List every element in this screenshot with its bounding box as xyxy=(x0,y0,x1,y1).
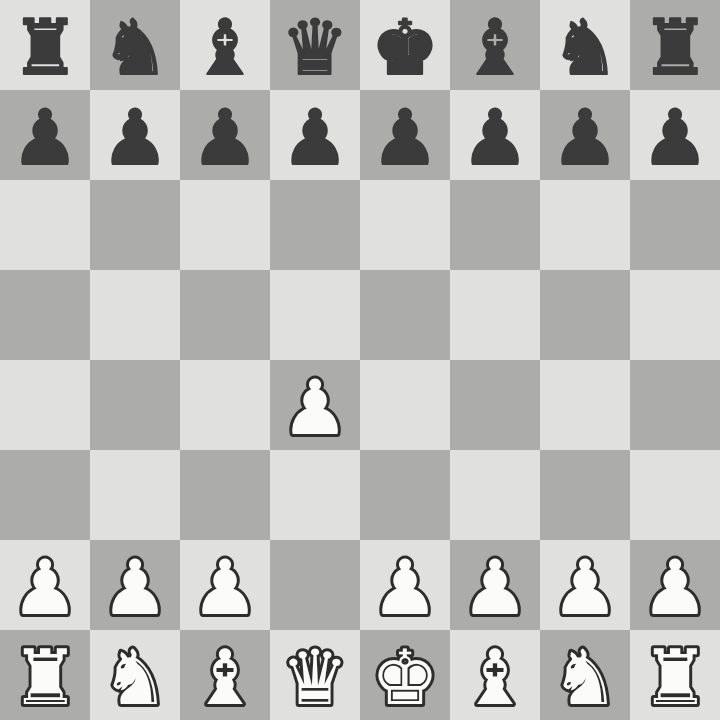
svg-text:♟: ♟ xyxy=(281,363,349,451)
piece-white-knight[interactable]: ♞ xyxy=(540,630,630,720)
square-f3[interactable] xyxy=(450,450,540,540)
square-e7[interactable]: ♟ xyxy=(360,90,450,180)
square-c5[interactable] xyxy=(180,270,270,360)
square-g3[interactable] xyxy=(540,450,630,540)
square-d1[interactable]: ♛ xyxy=(270,630,360,720)
square-a4[interactable] xyxy=(0,360,90,450)
square-a1[interactable]: ♜ xyxy=(0,630,90,720)
piece-black-pawn[interactable]: ♟ xyxy=(90,90,180,180)
piece-black-pawn[interactable]: ♟ xyxy=(360,90,450,180)
square-h4[interactable] xyxy=(630,360,720,450)
piece-white-queen[interactable]: ♛ xyxy=(270,630,360,720)
square-a6[interactable] xyxy=(0,180,90,270)
svg-text:♟: ♟ xyxy=(11,93,79,181)
square-a2[interactable]: ♟ xyxy=(0,540,90,630)
svg-text:♟: ♟ xyxy=(371,543,439,631)
square-f1[interactable]: ♝ xyxy=(450,630,540,720)
svg-text:♝: ♝ xyxy=(461,3,529,91)
square-c4[interactable] xyxy=(180,360,270,450)
svg-text:♟: ♟ xyxy=(371,93,439,181)
piece-white-bishop[interactable]: ♝ xyxy=(450,630,540,720)
svg-text:♟: ♟ xyxy=(551,543,619,631)
piece-black-pawn[interactable]: ♟ xyxy=(630,90,720,180)
square-g7[interactable]: ♟ xyxy=(540,90,630,180)
square-c6[interactable] xyxy=(180,180,270,270)
svg-text:♜: ♜ xyxy=(641,633,709,720)
square-d3[interactable] xyxy=(270,450,360,540)
square-d6[interactable] xyxy=(270,180,360,270)
svg-text:♟: ♟ xyxy=(191,93,259,181)
svg-text:♟: ♟ xyxy=(461,93,529,181)
piece-white-pawn[interactable]: ♟ xyxy=(540,540,630,630)
square-b7[interactable]: ♟ xyxy=(90,90,180,180)
svg-text:♝: ♝ xyxy=(191,3,259,91)
piece-white-pawn[interactable]: ♟ xyxy=(180,540,270,630)
square-f4[interactable] xyxy=(450,360,540,450)
square-h6[interactable] xyxy=(630,180,720,270)
piece-white-knight[interactable]: ♞ xyxy=(90,630,180,720)
square-c2[interactable]: ♟ xyxy=(180,540,270,630)
piece-white-pawn[interactable]: ♟ xyxy=(0,540,90,630)
square-h7[interactable]: ♟ xyxy=(630,90,720,180)
square-h1[interactable]: ♜ xyxy=(630,630,720,720)
square-b2[interactable]: ♟ xyxy=(90,540,180,630)
square-b3[interactable] xyxy=(90,450,180,540)
piece-black-pawn[interactable]: ♟ xyxy=(450,90,540,180)
svg-text:♟: ♟ xyxy=(101,93,169,181)
square-g1[interactable]: ♞ xyxy=(540,630,630,720)
square-g8[interactable]: ♞ xyxy=(540,0,630,90)
svg-text:♟: ♟ xyxy=(101,543,169,631)
svg-text:♛: ♛ xyxy=(281,3,349,91)
piece-black-king[interactable]: ♚ xyxy=(360,0,450,90)
square-f6[interactable] xyxy=(450,180,540,270)
svg-text:♚: ♚ xyxy=(371,3,439,91)
piece-black-rook[interactable]: ♜ xyxy=(630,0,720,90)
svg-text:♟: ♟ xyxy=(551,93,619,181)
square-d5[interactable] xyxy=(270,270,360,360)
square-d2[interactable] xyxy=(270,540,360,630)
square-h8[interactable]: ♜ xyxy=(630,0,720,90)
square-g6[interactable] xyxy=(540,180,630,270)
piece-white-bishop[interactable]: ♝ xyxy=(180,630,270,720)
piece-black-pawn[interactable]: ♟ xyxy=(0,90,90,180)
square-g2[interactable]: ♟ xyxy=(540,540,630,630)
svg-text:♟: ♟ xyxy=(641,93,709,181)
square-e4[interactable] xyxy=(360,360,450,450)
square-c8[interactable]: ♝ xyxy=(180,0,270,90)
piece-white-pawn[interactable]: ♟ xyxy=(630,540,720,630)
square-d7[interactable]: ♟ xyxy=(270,90,360,180)
svg-text:♜: ♜ xyxy=(641,3,709,91)
square-b1[interactable]: ♞ xyxy=(90,630,180,720)
square-e5[interactable] xyxy=(360,270,450,360)
square-b4[interactable] xyxy=(90,360,180,450)
piece-black-knight[interactable]: ♞ xyxy=(90,0,180,90)
piece-black-bishop[interactable]: ♝ xyxy=(450,0,540,90)
piece-black-bishop[interactable]: ♝ xyxy=(180,0,270,90)
square-a7[interactable]: ♟ xyxy=(0,90,90,180)
piece-black-knight[interactable]: ♞ xyxy=(540,0,630,90)
svg-text:♝: ♝ xyxy=(191,633,259,720)
square-c7[interactable]: ♟ xyxy=(180,90,270,180)
svg-text:♟: ♟ xyxy=(11,543,79,631)
piece-black-pawn[interactable]: ♟ xyxy=(270,90,360,180)
square-a5[interactable] xyxy=(0,270,90,360)
square-f8[interactable]: ♝ xyxy=(450,0,540,90)
piece-white-pawn[interactable]: ♟ xyxy=(90,540,180,630)
square-e6[interactable] xyxy=(360,180,450,270)
piece-black-pawn[interactable]: ♟ xyxy=(540,90,630,180)
piece-black-rook[interactable]: ♜ xyxy=(0,0,90,90)
svg-text:♟: ♟ xyxy=(641,543,709,631)
square-d4[interactable]: ♟ xyxy=(270,360,360,450)
svg-text:♞: ♞ xyxy=(101,633,169,720)
square-e1[interactable]: ♚ xyxy=(360,630,450,720)
square-e8[interactable]: ♚ xyxy=(360,0,450,90)
square-e3[interactable] xyxy=(360,450,450,540)
square-f2[interactable]: ♟ xyxy=(450,540,540,630)
square-c1[interactable]: ♝ xyxy=(180,630,270,720)
square-b5[interactable] xyxy=(90,270,180,360)
svg-text:♛: ♛ xyxy=(281,633,349,720)
chess-board: ♜♞♝♛♚♝♞♜♟♟♟♟♟♟♟♟♟♟♟♟♟♟♟♟♜♞♝♛♚♝♞♜ xyxy=(0,0,720,720)
piece-white-pawn[interactable]: ♟ xyxy=(360,540,450,630)
square-f7[interactable]: ♟ xyxy=(450,90,540,180)
square-b8[interactable]: ♞ xyxy=(90,0,180,90)
piece-white-pawn[interactable]: ♟ xyxy=(450,540,540,630)
piece-white-rook[interactable]: ♜ xyxy=(630,630,720,720)
piece-black-queen[interactable]: ♛ xyxy=(270,0,360,90)
square-d8[interactable]: ♛ xyxy=(270,0,360,90)
svg-text:♚: ♚ xyxy=(371,633,439,720)
piece-white-rook[interactable]: ♜ xyxy=(0,630,90,720)
svg-text:♟: ♟ xyxy=(461,543,529,631)
square-a3[interactable] xyxy=(0,450,90,540)
piece-black-pawn[interactable]: ♟ xyxy=(180,90,270,180)
piece-white-king[interactable]: ♚ xyxy=(360,630,450,720)
svg-text:♞: ♞ xyxy=(551,633,619,720)
square-f5[interactable] xyxy=(450,270,540,360)
svg-text:♜: ♜ xyxy=(11,3,79,91)
square-h5[interactable] xyxy=(630,270,720,360)
svg-text:♞: ♞ xyxy=(101,3,169,91)
square-c3[interactable] xyxy=(180,450,270,540)
square-a8[interactable]: ♜ xyxy=(0,0,90,90)
square-h3[interactable] xyxy=(630,450,720,540)
svg-text:♝: ♝ xyxy=(461,633,529,720)
square-b6[interactable] xyxy=(90,180,180,270)
square-g4[interactable] xyxy=(540,360,630,450)
square-h2[interactable]: ♟ xyxy=(630,540,720,630)
svg-text:♟: ♟ xyxy=(281,93,349,181)
svg-text:♜: ♜ xyxy=(11,633,79,720)
square-e2[interactable]: ♟ xyxy=(360,540,450,630)
square-g5[interactable] xyxy=(540,270,630,360)
svg-text:♞: ♞ xyxy=(551,3,619,91)
svg-text:♟: ♟ xyxy=(191,543,259,631)
piece-white-pawn[interactable]: ♟ xyxy=(270,360,360,450)
